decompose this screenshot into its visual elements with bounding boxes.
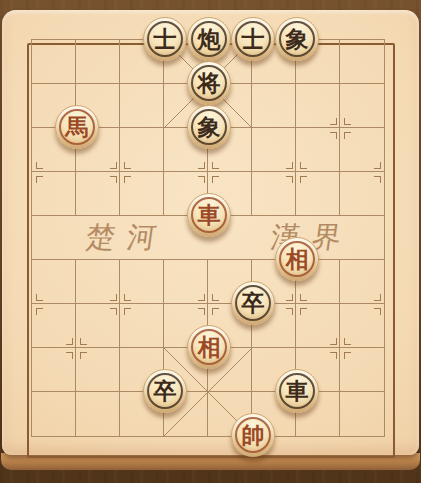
board-cell [76,392,120,436]
piece-red-chariot[interactable]: 車 [187,193,231,237]
point-marker [21,161,43,183]
board-cell [340,40,384,84]
point-marker [109,293,131,315]
piece-red-elephant[interactable]: 相 [187,325,231,369]
point-marker [197,161,219,183]
piece-red-elephant[interactable]: 相 [275,237,319,281]
point-marker [65,337,87,359]
piece-glyph: 車 [198,203,221,226]
piece-black-soldier[interactable]: 卒 [143,369,187,413]
board-cell [120,84,164,128]
point-marker [285,293,307,315]
piece-glyph: 相 [286,247,309,270]
river-label-left: 楚河 [83,218,171,258]
piece-black-elephant[interactable]: 象 [275,17,319,61]
board-cell [252,84,296,128]
point-marker [329,337,351,359]
point-marker [329,117,351,139]
piece-black-soldier[interactable]: 卒 [231,281,275,325]
point-marker [285,161,307,183]
xiangqi-board: 楚河 漢界 士炮士象将馬象車相卒相卒車帥 [2,10,419,455]
piece-glyph: 馬 [66,115,89,138]
board-cell [32,392,76,436]
point-marker [21,293,43,315]
piece-glyph: 相 [198,335,221,358]
board-cell [32,40,76,84]
piece-glyph: 帥 [242,423,265,446]
point-marker [373,161,395,183]
piece-glyph: 車 [286,379,309,402]
piece-glyph: 卒 [242,291,265,314]
piece-glyph: 士 [154,27,177,50]
piece-red-horse[interactable]: 馬 [55,105,99,149]
piece-glyph: 士 [242,27,265,50]
piece-black-general[interactable]: 将 [187,61,231,105]
piece-glyph: 卒 [154,379,177,402]
piece-black-advisor[interactable]: 士 [231,17,275,61]
piece-glyph: 将 [198,71,221,94]
point-marker [109,161,131,183]
piece-red-general[interactable]: 帥 [231,413,275,457]
board-cell [340,392,384,436]
point-marker [197,293,219,315]
piece-black-advisor[interactable]: 士 [143,17,187,61]
piece-glyph: 象 [198,115,221,138]
piece-black-chariot[interactable]: 車 [275,369,319,413]
piece-black-elephant[interactable]: 象 [187,105,231,149]
piece-black-cannon[interactable]: 炮 [187,17,231,61]
point-marker [373,293,395,315]
piece-glyph: 炮 [198,27,221,50]
piece-glyph: 象 [286,27,309,50]
board-cell [32,216,76,260]
board-cell [76,40,120,84]
